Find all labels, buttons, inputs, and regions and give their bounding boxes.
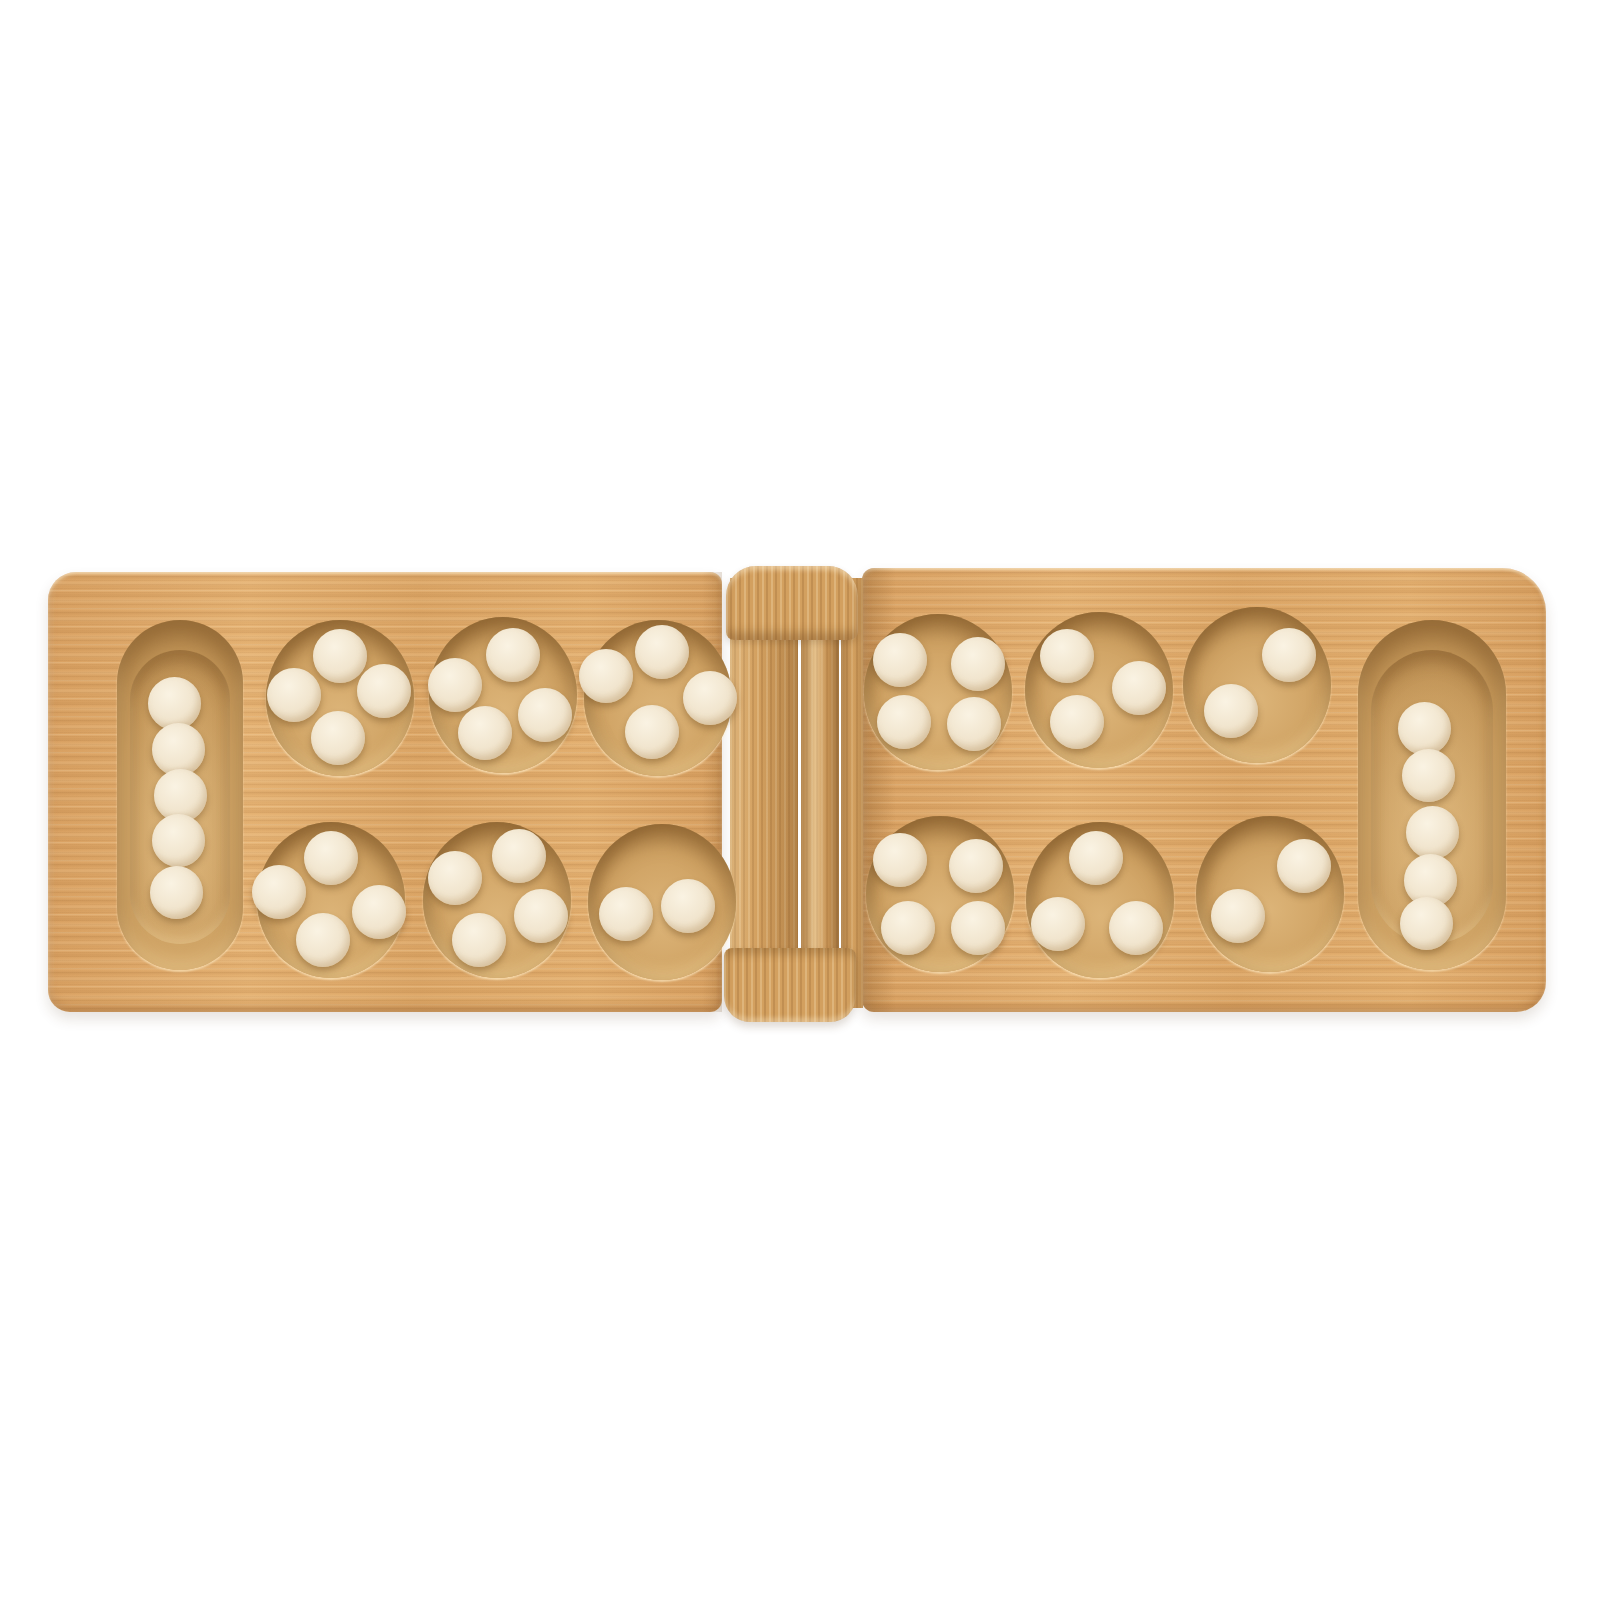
pit-bottom-2-bead-2 [492,829,546,883]
store-left-bead-1 [148,677,201,730]
pit-top-2-bead-1 [428,658,482,712]
hinge-bottom-knuckle [724,948,856,1022]
pit-top-6-bead-1 [1262,628,1316,682]
pit-bottom-3-bead-2 [661,879,715,933]
pit-bottom-1-bead-1 [252,865,306,919]
pit-bottom-6[interactable] [1196,816,1344,972]
pit-top-3-bead-3 [625,705,679,759]
store-left-bead-5 [150,866,203,919]
pit-top-1-bead-2 [267,668,321,722]
pit-top-3-bead-1 [579,649,633,703]
pit-bottom-6-bead-1 [1277,839,1331,893]
pit-top-1-bead-1 [313,629,367,683]
pit-bottom-2-bead-1 [428,851,482,905]
pit-bottom-4-bead-4 [951,901,1005,955]
pit-bottom-1-bead-2 [304,831,358,885]
pit-top-5-bead-3 [1050,695,1104,749]
store-left-bead-4 [152,814,205,867]
pit-bottom-5-bead-3 [1109,901,1163,955]
store-left-bead-2 [152,723,205,776]
pit-bottom-3-bead-1 [599,887,653,941]
pit-top-4-bead-3 [877,695,931,749]
mancala-board [0,0,1600,1600]
pit-bottom-2-bead-4 [514,889,568,943]
hinge-top-knuckle [726,566,858,640]
pit-bottom-5-bead-1 [1069,831,1123,885]
product-photo-background [0,0,1600,1600]
pit-bottom-2-bead-3 [452,913,506,967]
pit-bottom-1-bead-4 [352,885,406,939]
hinge-rod-center [801,578,839,1008]
store-right-bead-3 [1406,806,1459,859]
pit-top-4-bead-1 [873,633,927,687]
pit-top-6-bead-2 [1204,684,1258,738]
pit-top-3-bead-2 [635,625,689,679]
pit-top-4-bead-4 [947,697,1001,751]
pit-bottom-6-bead-2 [1211,889,1265,943]
pit-top-2-bead-3 [458,706,512,760]
store-right-bead-2 [1402,749,1455,802]
pit-bottom-4-bead-2 [949,839,1003,893]
hinge-rod-left [730,578,798,1002]
pit-top-5-bead-1 [1040,629,1094,683]
pit-top-4-bead-2 [951,637,1005,691]
pit-bottom-4-bead-1 [873,833,927,887]
store-right-bead-1 [1398,702,1451,755]
pit-top-2-bead-2 [486,628,540,682]
pit-top-5-bead-2 [1112,661,1166,715]
pit-bottom-5-bead-2 [1031,897,1085,951]
pit-bottom-4-bead-3 [881,901,935,955]
pit-bottom-1-bead-3 [296,913,350,967]
pit-top-1-bead-3 [357,664,411,718]
pit-top-3-bead-4 [683,671,737,725]
store-right-bead-5 [1400,897,1453,950]
hinge-rod-right [841,578,863,1008]
pit-top-1-bead-4 [311,711,365,765]
pit-top-6[interactable] [1183,607,1331,763]
pit-top-2-bead-4 [518,688,572,742]
